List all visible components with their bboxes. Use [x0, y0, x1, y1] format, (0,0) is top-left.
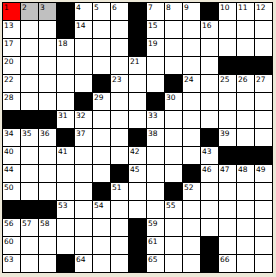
- cell-r8c2[interactable]: 35: [21, 129, 38, 146]
- cell-r3c3[interactable]: [39, 39, 56, 56]
- cell-r1c9[interactable]: 7: [147, 3, 164, 20]
- cell-r11c12[interactable]: [201, 183, 218, 200]
- cell-r11c13[interactable]: [219, 183, 236, 200]
- clue-number-8: 8: [166, 3, 171, 12]
- clue-number-36: 36: [40, 129, 50, 138]
- cell-r11c11[interactable]: 52: [183, 183, 200, 200]
- cell-r15c14[interactable]: [237, 255, 254, 272]
- cell-r9c5[interactable]: [75, 147, 92, 164]
- cell-r10c15[interactable]: 49: [255, 165, 272, 182]
- black-cell-r4c15: [255, 57, 272, 74]
- black-cell-r1c8: [129, 3, 146, 20]
- clue-number-14: 14: [76, 21, 86, 30]
- cell-r2c7[interactable]: [111, 21, 128, 38]
- cell-r13c3[interactable]: 58: [39, 219, 56, 236]
- cell-r10c3[interactable]: [39, 165, 56, 182]
- clue-number-4: 4: [76, 3, 81, 12]
- clue-number-35: 35: [22, 129, 32, 138]
- cell-r7c15[interactable]: [255, 111, 272, 128]
- clue-number-30: 30: [166, 93, 176, 102]
- clue-number-26: 26: [238, 75, 248, 84]
- cell-r5c15[interactable]: 27: [255, 75, 272, 92]
- clue-number-16: 16: [202, 21, 212, 30]
- clue-number-52: 52: [184, 183, 194, 192]
- black-cell-r7c1: [3, 111, 20, 128]
- cell-r6c4[interactable]: [57, 93, 74, 110]
- black-cell-r6c5: [75, 93, 92, 110]
- cell-r1c11[interactable]: 9: [183, 3, 200, 20]
- cell-r10c2[interactable]: [21, 165, 38, 182]
- cell-r3c2[interactable]: [21, 39, 38, 56]
- cell-r13c13[interactable]: [219, 219, 236, 236]
- cell-r10c13[interactable]: 47: [219, 165, 236, 182]
- black-cell-r15c8: [129, 255, 146, 272]
- cell-r1c5[interactable]: 4: [75, 3, 92, 20]
- clue-number-54: 54: [94, 201, 104, 210]
- cell-r7c5[interactable]: 32: [75, 111, 92, 128]
- cell-r2c3[interactable]: [39, 21, 56, 38]
- cell-r6c8[interactable]: [129, 93, 146, 110]
- cell-r11c14[interactable]: [237, 183, 254, 200]
- cell-r14c13[interactable]: [219, 237, 236, 254]
- cell-r8c13[interactable]: 39: [219, 129, 236, 146]
- cell-r9c8[interactable]: 42: [129, 147, 146, 164]
- cell-r5c13[interactable]: 25: [219, 75, 236, 92]
- clue-number-25: 25: [220, 75, 230, 84]
- cell-r11c7[interactable]: 51: [111, 183, 128, 200]
- cell-r13c5[interactable]: [75, 219, 92, 236]
- cell-r15c7[interactable]: [111, 255, 128, 272]
- cell-r7c11[interactable]: [183, 111, 200, 128]
- cell-r10c12[interactable]: 46: [201, 165, 218, 182]
- cell-r14c14[interactable]: [237, 237, 254, 254]
- cell-r13c10[interactable]: [165, 219, 182, 236]
- clue-number-21: 21: [130, 57, 140, 66]
- cell-r5c11[interactable]: 24: [183, 75, 200, 92]
- cell-r7c4[interactable]: 31: [57, 111, 74, 128]
- cell-r10c1[interactable]: 44: [3, 165, 20, 182]
- black-cell-r11c6: [93, 183, 110, 200]
- cell-r12c7[interactable]: [111, 201, 128, 218]
- cell-r2c15[interactable]: [255, 21, 272, 38]
- clue-number-11: 11: [238, 3, 248, 12]
- clue-number-47: 47: [220, 165, 230, 174]
- cell-r10c4[interactable]: [57, 165, 74, 182]
- cell-r3c4[interactable]: 18: [57, 39, 74, 56]
- clue-number-28: 28: [4, 93, 14, 102]
- clue-number-7: 7: [148, 3, 153, 12]
- cell-r4c12[interactable]: [201, 57, 218, 74]
- black-cell-r10c7: [111, 165, 128, 182]
- cell-r8c7[interactable]: [111, 129, 128, 146]
- cell-r11c4[interactable]: [57, 183, 74, 200]
- black-cell-r11c10: [165, 183, 182, 200]
- cell-r6c10[interactable]: 30: [165, 93, 182, 110]
- clue-number-31: 31: [58, 111, 68, 120]
- cell-r10c8[interactable]: 45: [129, 165, 146, 182]
- cell-r9c3[interactable]: [39, 147, 56, 164]
- cell-r11c2[interactable]: [21, 183, 38, 200]
- cell-r8c6[interactable]: [93, 129, 110, 146]
- cell-r11c9[interactable]: [147, 183, 164, 200]
- cell-r1c1[interactable]: 1: [3, 3, 20, 20]
- cell-r14c2[interactable]: [21, 237, 38, 254]
- cell-r5c1[interactable]: 22: [3, 75, 20, 92]
- cell-r1c2[interactable]: 2: [21, 3, 38, 20]
- cell-r1c7[interactable]: 6: [111, 3, 128, 20]
- cell-r5c9[interactable]: [147, 75, 164, 92]
- cell-r12c5[interactable]: [75, 201, 92, 218]
- cell-r4c2[interactable]: [21, 57, 38, 74]
- clue-number-45: 45: [130, 165, 140, 174]
- cell-r15c6[interactable]: [93, 255, 110, 272]
- cell-r12c14[interactable]: [237, 201, 254, 218]
- cell-r9c4[interactable]: 41: [57, 147, 74, 164]
- cell-r14c9[interactable]: 61: [147, 237, 164, 254]
- clue-number-3: 3: [40, 3, 45, 12]
- cell-r7c14[interactable]: [237, 111, 254, 128]
- clue-number-51: 51: [112, 183, 122, 192]
- cell-r4c1[interactable]: 20: [3, 57, 20, 74]
- cell-r2c6[interactable]: [93, 21, 110, 38]
- clue-number-65: 65: [148, 255, 158, 264]
- clue-number-56: 56: [4, 219, 14, 228]
- cell-r8c14[interactable]: [237, 129, 254, 146]
- cell-r6c3[interactable]: [39, 93, 56, 110]
- cell-r14c1[interactable]: 60: [3, 237, 20, 254]
- cell-r12c10[interactable]: 55: [165, 201, 182, 218]
- black-cell-r1c4: [57, 3, 74, 20]
- cell-r12c9[interactable]: [147, 201, 164, 218]
- cell-r2c10[interactable]: [165, 21, 182, 38]
- cell-r9c2[interactable]: [21, 147, 38, 164]
- black-cell-r1c12: [201, 3, 218, 20]
- clue-number-18: 18: [58, 39, 68, 48]
- cell-r7c6[interactable]: [93, 111, 110, 128]
- cell-r9c9[interactable]: [147, 147, 164, 164]
- cell-r10c6[interactable]: [93, 165, 110, 182]
- cell-r13c14[interactable]: [237, 219, 254, 236]
- cell-r11c15[interactable]: [255, 183, 272, 200]
- black-cell-r8c12: [201, 129, 218, 146]
- cell-r15c3[interactable]: [39, 255, 56, 272]
- clue-number-43: 43: [202, 147, 212, 156]
- cell-r11c3[interactable]: [39, 183, 56, 200]
- black-cell-r2c4: [57, 21, 74, 38]
- cell-r13c2[interactable]: 57: [21, 219, 38, 236]
- black-cell-r6c9: [147, 93, 164, 110]
- cell-r2c5[interactable]: 14: [75, 21, 92, 38]
- black-cell-r13c8: [129, 219, 146, 236]
- cell-r9c11[interactable]: [183, 147, 200, 164]
- cell-r15c5[interactable]: 64: [75, 255, 92, 272]
- black-cell-r9c13: [219, 147, 236, 164]
- cell-r14c10[interactable]: [165, 237, 182, 254]
- cell-r3c12[interactable]: [201, 39, 218, 56]
- cell-r8c5[interactable]: 37: [75, 129, 92, 146]
- cell-r5c4[interactable]: [57, 75, 74, 92]
- black-cell-r14c8: [129, 237, 146, 254]
- black-cell-r8c4: [57, 129, 74, 146]
- clue-number-33: 33: [148, 111, 158, 120]
- black-cell-r12c2: [21, 201, 38, 218]
- cell-r13c7[interactable]: [111, 219, 128, 236]
- clue-number-20: 20: [4, 57, 14, 66]
- clue-number-63: 63: [4, 255, 14, 264]
- cell-r12c13[interactable]: [219, 201, 236, 218]
- cell-r11c8[interactable]: [129, 183, 146, 200]
- cell-r7c7[interactable]: [111, 111, 128, 128]
- cell-r14c5[interactable]: [75, 237, 92, 254]
- clue-number-1: 1: [4, 3, 9, 12]
- cell-r9c7[interactable]: [111, 147, 128, 164]
- cell-r4c10[interactable]: [165, 57, 182, 74]
- clue-number-53: 53: [58, 201, 68, 210]
- clue-number-24: 24: [184, 75, 194, 84]
- clue-number-15: 15: [148, 21, 158, 30]
- clue-number-38: 38: [148, 129, 158, 138]
- cell-r6c6[interactable]: 29: [93, 93, 110, 110]
- clue-number-41: 41: [58, 147, 68, 156]
- cell-r4c11[interactable]: [183, 57, 200, 74]
- cell-r4c3[interactable]: [39, 57, 56, 74]
- cell-r7c8[interactable]: [129, 111, 146, 128]
- cell-r13c15[interactable]: [255, 219, 272, 236]
- black-cell-r3c8: [129, 39, 146, 56]
- cell-r5c5[interactable]: [75, 75, 92, 92]
- clue-number-40: 40: [4, 147, 14, 156]
- crossword-board: 1234567891011121314151617181920212223242…: [2, 2, 273, 273]
- cell-r5c2[interactable]: [21, 75, 38, 92]
- cell-r2c9[interactable]: 15: [147, 21, 164, 38]
- cell-r2c13[interactable]: [219, 21, 236, 38]
- cell-r7c10[interactable]: [165, 111, 182, 128]
- black-cell-r7c2: [21, 111, 38, 128]
- clue-number-5: 5: [94, 3, 99, 12]
- cell-r5c12[interactable]: [201, 75, 218, 92]
- clue-number-57: 57: [22, 219, 32, 228]
- cell-r14c3[interactable]: [39, 237, 56, 254]
- cell-r4c9[interactable]: [147, 57, 164, 74]
- clue-number-49: 49: [256, 165, 266, 174]
- black-cell-r15c12: [201, 255, 218, 272]
- cell-r14c4[interactable]: [57, 237, 74, 254]
- cell-r10c5[interactable]: [75, 165, 92, 182]
- cell-r9c12[interactable]: 43: [201, 147, 218, 164]
- clue-number-37: 37: [76, 129, 86, 138]
- black-cell-r5c6: [93, 75, 110, 92]
- black-cell-r12c1: [3, 201, 20, 218]
- cell-r12c6[interactable]: 54: [93, 201, 110, 218]
- cell-r3c9[interactable]: 19: [147, 39, 164, 56]
- clue-number-2: 2: [22, 3, 27, 12]
- clue-number-62: 62: [202, 237, 212, 246]
- cell-r1c14[interactable]: 11: [237, 3, 254, 20]
- cell-r14c11[interactable]: [183, 237, 200, 254]
- black-cell-r15c4: [57, 255, 74, 272]
- clue-number-59: 59: [148, 219, 158, 228]
- cell-r6c15[interactable]: [255, 93, 272, 110]
- clue-number-23: 23: [112, 75, 122, 84]
- cell-r3c5[interactable]: [75, 39, 92, 56]
- cell-r14c15[interactable]: [255, 237, 272, 254]
- cell-r2c12[interactable]: 16: [201, 21, 218, 38]
- cell-r2c1[interactable]: 13: [3, 21, 20, 38]
- clue-number-64: 64: [76, 255, 86, 264]
- cell-r15c13[interactable]: 66: [219, 255, 236, 272]
- cell-r3c11[interactable]: [183, 39, 200, 56]
- cell-r3c6[interactable]: [93, 39, 110, 56]
- cell-r12c8[interactable]: [129, 201, 146, 218]
- clue-number-10: 10: [220, 3, 230, 12]
- cell-r7c13[interactable]: [219, 111, 236, 128]
- cell-r13c12[interactable]: [201, 219, 218, 236]
- cell-r7c9[interactable]: 33: [147, 111, 164, 128]
- cell-r2c2[interactable]: [21, 21, 38, 38]
- cell-r3c13[interactable]: [219, 39, 236, 56]
- cell-r8c10[interactable]: [165, 129, 182, 146]
- cell-r1c15[interactable]: 12: [255, 3, 272, 20]
- cell-r6c12[interactable]: [201, 93, 218, 110]
- clue-number-46: 46: [202, 165, 212, 174]
- cell-r9c1[interactable]: 40: [3, 147, 20, 164]
- clue-number-42: 42: [130, 147, 140, 156]
- cell-r12c11[interactable]: [183, 201, 200, 218]
- cell-r11c1[interactable]: 50: [3, 183, 20, 200]
- clue-number-32: 32: [76, 111, 86, 120]
- cell-r6c2[interactable]: [21, 93, 38, 110]
- cell-r9c10[interactable]: [165, 147, 182, 164]
- cell-r13c11[interactable]: [183, 219, 200, 236]
- cell-r9c6[interactable]: [93, 147, 110, 164]
- black-cell-r9c14: [237, 147, 254, 164]
- cell-r13c4[interactable]: [57, 219, 74, 236]
- cell-r3c1[interactable]: 17: [3, 39, 20, 56]
- cell-r8c15[interactable]: [255, 129, 272, 146]
- cell-r6c1[interactable]: 28: [3, 93, 20, 110]
- cell-r15c9[interactable]: 65: [147, 255, 164, 272]
- cell-r11c5[interactable]: [75, 183, 92, 200]
- black-cell-r4c13: [219, 57, 236, 74]
- cell-r14c6[interactable]: [93, 237, 110, 254]
- clue-number-61: 61: [148, 237, 158, 246]
- clue-number-66: 66: [220, 255, 230, 264]
- cell-r13c9[interactable]: 59: [147, 219, 164, 236]
- cell-r4c4[interactable]: [57, 57, 74, 74]
- cell-r10c14[interactable]: 48: [237, 165, 254, 182]
- cell-r8c11[interactable]: [183, 129, 200, 146]
- black-cell-r2c8: [129, 21, 146, 38]
- clue-number-6: 6: [112, 3, 117, 12]
- black-cell-r5c10: [165, 75, 182, 92]
- clue-number-29: 29: [94, 93, 104, 102]
- cell-r12c12[interactable]: [201, 201, 218, 218]
- cell-r15c10[interactable]: [165, 255, 182, 272]
- clue-number-13: 13: [4, 21, 14, 30]
- black-cell-r7c3: [39, 111, 56, 128]
- black-cell-r14c12: 62: [201, 237, 218, 254]
- black-cell-r12c3: [39, 201, 56, 218]
- clue-number-55: 55: [166, 201, 176, 210]
- cell-r3c7[interactable]: [111, 39, 128, 56]
- cell-r6c13[interactable]: [219, 93, 236, 110]
- clue-number-12: 12: [256, 3, 266, 12]
- cell-r15c15[interactable]: [255, 255, 272, 272]
- clue-number-58: 58: [40, 219, 50, 228]
- cell-r5c14[interactable]: 26: [237, 75, 254, 92]
- black-cell-r9c15: [255, 147, 272, 164]
- cell-r5c7[interactable]: 23: [111, 75, 128, 92]
- cell-r1c3[interactable]: 3: [39, 3, 56, 20]
- clue-number-9: 9: [184, 3, 189, 12]
- cell-r4c7[interactable]: [111, 57, 128, 74]
- clue-number-22: 22: [4, 75, 14, 84]
- cell-r6c14[interactable]: [237, 93, 254, 110]
- black-cell-r4c14: [237, 57, 254, 74]
- clue-number-17: 17: [4, 39, 14, 48]
- clue-number-50: 50: [4, 183, 14, 192]
- cell-r4c8[interactable]: 21: [129, 57, 146, 74]
- cell-r5c8[interactable]: [129, 75, 146, 92]
- cell-r12c15[interactable]: [255, 201, 272, 218]
- cell-r13c6[interactable]: [93, 219, 110, 236]
- cell-r10c10[interactable]: [165, 165, 182, 182]
- cell-r3c14[interactable]: [237, 39, 254, 56]
- cell-r1c13[interactable]: 10: [219, 3, 236, 20]
- cell-r4c5[interactable]: [75, 57, 92, 74]
- cell-r1c6[interactable]: 5: [93, 3, 110, 20]
- cell-r6c11[interactable]: [183, 93, 200, 110]
- clue-number-39: 39: [220, 129, 230, 138]
- cell-r2c11[interactable]: [183, 21, 200, 38]
- cell-r15c2[interactable]: [21, 255, 38, 272]
- cell-r15c11[interactable]: [183, 255, 200, 272]
- clue-number-19: 19: [148, 39, 158, 48]
- cell-r2c14[interactable]: [237, 21, 254, 38]
- cell-r14c7[interactable]: [111, 237, 128, 254]
- cell-r4c6[interactable]: [93, 57, 110, 74]
- cell-r8c3[interactable]: 36: [39, 129, 56, 146]
- cell-r3c15[interactable]: [255, 39, 272, 56]
- clue-number-48: 48: [238, 165, 248, 174]
- cell-r6c7[interactable]: [111, 93, 128, 110]
- cell-r8c9[interactable]: 38: [147, 129, 164, 146]
- cell-r5c3[interactable]: [39, 75, 56, 92]
- cell-r12c4[interactable]: 53: [57, 201, 74, 218]
- clue-number-60: 60: [4, 237, 14, 246]
- cell-r1c10[interactable]: 8: [165, 3, 182, 20]
- cell-r10c9[interactable]: [147, 165, 164, 182]
- clue-number-34: 34: [4, 129, 14, 138]
- cell-r7c12[interactable]: [201, 111, 218, 128]
- cell-r3c10[interactable]: [165, 39, 182, 56]
- clue-number-44: 44: [4, 165, 14, 174]
- cell-r13c1[interactable]: 56: [3, 219, 20, 236]
- black-cell-r8c8: [129, 129, 146, 146]
- cell-r15c1[interactable]: 63: [3, 255, 20, 272]
- clue-number-27: 27: [256, 75, 266, 84]
- cell-r8c1[interactable]: 34: [3, 129, 20, 146]
- black-cell-r10c11: [183, 165, 200, 182]
